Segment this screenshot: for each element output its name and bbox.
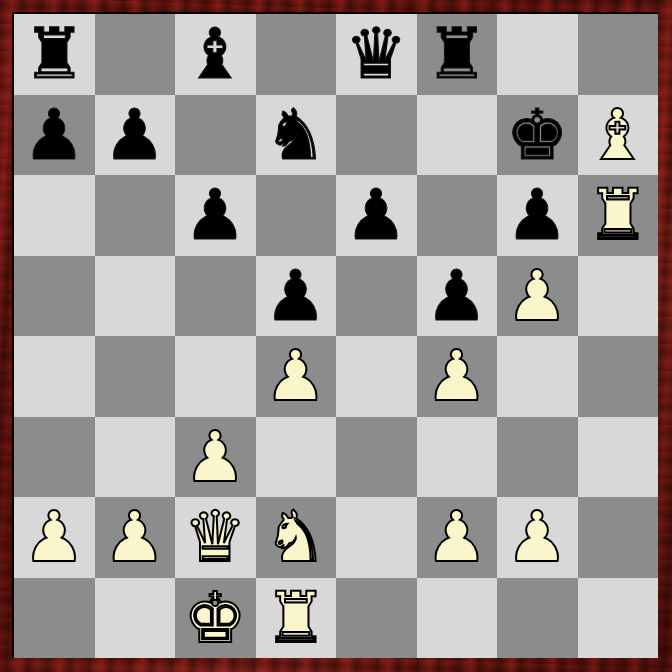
square-f5[interactable]: ♟ <box>417 256 498 337</box>
square-a3[interactable] <box>14 417 95 498</box>
piece-black-bishop[interactable]: ♝ <box>184 14 247 94</box>
square-h8[interactable] <box>578 14 659 95</box>
piece-black-knight[interactable]: ♞ <box>264 95 327 175</box>
piece-white-bishop[interactable]: ♝ <box>586 95 649 175</box>
square-h5[interactable] <box>578 256 659 337</box>
piece-white-pawn[interactable]: ♟ <box>103 497 166 577</box>
piece-black-pawn[interactable]: ♟ <box>506 175 569 255</box>
piece-white-pawn[interactable]: ♟ <box>23 497 86 577</box>
square-h7[interactable]: ♝ <box>578 95 659 176</box>
chess-board: ♜♝♛♜♟♟♞♚♝♟♟♟♜♟♟♟♟♟♟♟♟♛♞♟♟♚♜ <box>12 12 658 658</box>
square-a8[interactable]: ♜ <box>14 14 95 95</box>
piece-white-pawn[interactable]: ♟ <box>264 336 327 416</box>
square-h2[interactable] <box>578 497 659 578</box>
piece-black-pawn[interactable]: ♟ <box>264 256 327 336</box>
square-d5[interactable]: ♟ <box>256 256 337 337</box>
square-c6[interactable]: ♟ <box>175 175 256 256</box>
piece-black-pawn[interactable]: ♟ <box>425 256 488 336</box>
square-f3[interactable] <box>417 417 498 498</box>
piece-black-pawn[interactable]: ♟ <box>103 95 166 175</box>
square-f1[interactable] <box>417 578 498 659</box>
piece-white-pawn[interactable]: ♟ <box>506 497 569 577</box>
square-e5[interactable] <box>336 256 417 337</box>
square-d2[interactable]: ♞ <box>256 497 337 578</box>
square-b4[interactable] <box>95 336 176 417</box>
square-f6[interactable] <box>417 175 498 256</box>
square-f2[interactable]: ♟ <box>417 497 498 578</box>
square-g8[interactable] <box>497 14 578 95</box>
square-d4[interactable]: ♟ <box>256 336 337 417</box>
square-d8[interactable] <box>256 14 337 95</box>
square-c3[interactable]: ♟ <box>175 417 256 498</box>
square-g3[interactable] <box>497 417 578 498</box>
square-g7[interactable]: ♚ <box>497 95 578 176</box>
square-b7[interactable]: ♟ <box>95 95 176 176</box>
square-h6[interactable]: ♜ <box>578 175 659 256</box>
piece-white-rook[interactable]: ♜ <box>586 175 649 255</box>
piece-white-pawn[interactable]: ♟ <box>425 336 488 416</box>
square-h4[interactable] <box>578 336 659 417</box>
square-c2[interactable]: ♛ <box>175 497 256 578</box>
square-a7[interactable]: ♟ <box>14 95 95 176</box>
square-b5[interactable] <box>95 256 176 337</box>
piece-white-pawn[interactable]: ♟ <box>506 256 569 336</box>
square-e3[interactable] <box>336 417 417 498</box>
square-e8[interactable]: ♛ <box>336 14 417 95</box>
square-d1[interactable]: ♜ <box>256 578 337 659</box>
piece-white-pawn[interactable]: ♟ <box>425 497 488 577</box>
square-c5[interactable] <box>175 256 256 337</box>
piece-white-rook[interactable]: ♜ <box>264 578 327 658</box>
square-b6[interactable] <box>95 175 176 256</box>
square-a1[interactable] <box>14 578 95 659</box>
square-g1[interactable] <box>497 578 578 659</box>
square-b3[interactable] <box>95 417 176 498</box>
square-a5[interactable] <box>14 256 95 337</box>
square-b1[interactable] <box>95 578 176 659</box>
square-a4[interactable] <box>14 336 95 417</box>
square-f4[interactable]: ♟ <box>417 336 498 417</box>
piece-white-pawn[interactable]: ♟ <box>184 417 247 497</box>
piece-black-rook[interactable]: ♜ <box>425 14 488 94</box>
square-g5[interactable]: ♟ <box>497 256 578 337</box>
square-c7[interactable] <box>175 95 256 176</box>
square-e2[interactable] <box>336 497 417 578</box>
square-h3[interactable] <box>578 417 659 498</box>
piece-black-pawn[interactable]: ♟ <box>23 95 86 175</box>
square-d3[interactable] <box>256 417 337 498</box>
piece-white-knight[interactable]: ♞ <box>264 497 327 577</box>
square-e7[interactable] <box>336 95 417 176</box>
piece-black-king[interactable]: ♚ <box>506 95 569 175</box>
square-e1[interactable] <box>336 578 417 659</box>
piece-black-queen[interactable]: ♛ <box>345 14 408 94</box>
square-d7[interactable]: ♞ <box>256 95 337 176</box>
square-b2[interactable]: ♟ <box>95 497 176 578</box>
square-c8[interactable]: ♝ <box>175 14 256 95</box>
piece-black-pawn[interactable]: ♟ <box>345 175 408 255</box>
square-a2[interactable]: ♟ <box>14 497 95 578</box>
piece-black-rook[interactable]: ♜ <box>23 14 86 94</box>
square-e6[interactable]: ♟ <box>336 175 417 256</box>
square-f7[interactable] <box>417 95 498 176</box>
piece-white-queen[interactable]: ♛ <box>184 497 247 577</box>
square-a6[interactable] <box>14 175 95 256</box>
piece-white-king[interactable]: ♚ <box>184 578 247 658</box>
square-g2[interactable]: ♟ <box>497 497 578 578</box>
square-g4[interactable] <box>497 336 578 417</box>
square-e4[interactable] <box>336 336 417 417</box>
square-h1[interactable] <box>578 578 659 659</box>
board-frame: ♜♝♛♜♟♟♞♚♝♟♟♟♜♟♟♟♟♟♟♟♟♛♞♟♟♚♜ <box>0 0 672 672</box>
piece-black-pawn[interactable]: ♟ <box>184 175 247 255</box>
square-b8[interactable] <box>95 14 176 95</box>
square-f8[interactable]: ♜ <box>417 14 498 95</box>
square-g6[interactable]: ♟ <box>497 175 578 256</box>
square-c4[interactable] <box>175 336 256 417</box>
square-d6[interactable] <box>256 175 337 256</box>
square-c1[interactable]: ♚ <box>175 578 256 659</box>
